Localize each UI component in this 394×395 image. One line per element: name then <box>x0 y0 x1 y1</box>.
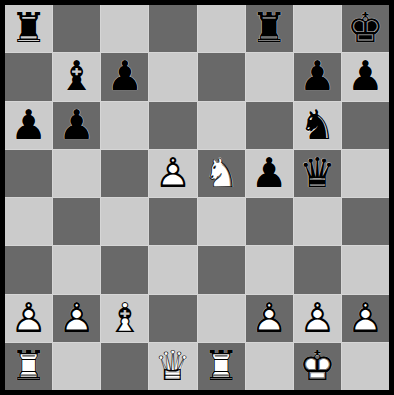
square-d3[interactable] <box>149 246 196 293</box>
square-c6[interactable] <box>101 102 148 149</box>
chess-board: ♖♜♖♜♔♚♗♝♙♟♙♟♙♟♙♟♙♟♘♞♟♙♞♘♙♟♕♛♟♙♟♙♝♗♟♙♟♙♟♙… <box>5 5 389 390</box>
square-f7[interactable] <box>246 53 293 100</box>
square-c8[interactable] <box>101 5 148 52</box>
square-e6[interactable] <box>198 102 245 149</box>
square-d1[interactable]: ♛♕ <box>149 343 196 390</box>
square-c1[interactable] <box>101 343 148 390</box>
square-c3[interactable] <box>101 246 148 293</box>
square-a8[interactable]: ♖♜ <box>5 5 52 52</box>
square-b7[interactable]: ♗♝ <box>53 53 100 100</box>
square-d4[interactable] <box>149 198 196 245</box>
square-h4[interactable] <box>342 198 389 245</box>
black-rook-piece: ♖♜ <box>246 5 293 52</box>
white-pawn-piece: ♟♙ <box>149 150 196 197</box>
square-a6[interactable]: ♙♟ <box>5 102 52 149</box>
square-e1[interactable]: ♜♖ <box>198 343 245 390</box>
square-g4[interactable] <box>294 198 341 245</box>
white-rook-piece: ♜♖ <box>5 343 52 390</box>
square-g6[interactable]: ♘♞ <box>294 102 341 149</box>
square-a2[interactable]: ♟♙ <box>5 295 52 342</box>
square-d6[interactable] <box>149 102 196 149</box>
square-a7[interactable] <box>5 53 52 100</box>
square-e5[interactable]: ♞♘ <box>198 150 245 197</box>
square-f2[interactable]: ♟♙ <box>246 295 293 342</box>
white-pawn-piece: ♟♙ <box>246 295 293 342</box>
square-b2[interactable]: ♟♙ <box>53 295 100 342</box>
square-d2[interactable] <box>149 295 196 342</box>
white-pawn-piece: ♟♙ <box>5 295 52 342</box>
square-h7[interactable]: ♙♟ <box>342 53 389 100</box>
black-bishop-piece: ♗♝ <box>53 53 100 100</box>
square-a5[interactable] <box>5 150 52 197</box>
square-e2[interactable] <box>198 295 245 342</box>
square-d8[interactable] <box>149 5 196 52</box>
square-f3[interactable] <box>246 246 293 293</box>
square-d7[interactable] <box>149 53 196 100</box>
square-e4[interactable] <box>198 198 245 245</box>
black-pawn-piece: ♙♟ <box>294 53 341 100</box>
square-h5[interactable] <box>342 150 389 197</box>
square-b1[interactable] <box>53 343 100 390</box>
black-king-piece: ♔♚ <box>342 5 389 52</box>
square-c5[interactable] <box>101 150 148 197</box>
square-e8[interactable] <box>198 5 245 52</box>
black-rook-piece: ♖♜ <box>5 5 52 52</box>
square-b4[interactable] <box>53 198 100 245</box>
square-c4[interactable] <box>101 198 148 245</box>
black-queen-piece: ♕♛ <box>294 150 341 197</box>
square-h1[interactable] <box>342 343 389 390</box>
square-h8[interactable]: ♔♚ <box>342 5 389 52</box>
black-pawn-piece: ♙♟ <box>246 150 293 197</box>
square-g7[interactable]: ♙♟ <box>294 53 341 100</box>
square-a3[interactable] <box>5 246 52 293</box>
square-d5[interactable]: ♟♙ <box>149 150 196 197</box>
square-b8[interactable] <box>53 5 100 52</box>
square-g5[interactable]: ♕♛ <box>294 150 341 197</box>
white-pawn-piece: ♟♙ <box>342 295 389 342</box>
square-b5[interactable] <box>53 150 100 197</box>
square-c2[interactable]: ♝♗ <box>101 295 148 342</box>
black-pawn-piece: ♙♟ <box>53 102 100 149</box>
board-frame: ♖♜♖♜♔♚♗♝♙♟♙♟♙♟♙♟♙♟♘♞♟♙♞♘♙♟♕♛♟♙♟♙♝♗♟♙♟♙♟♙… <box>0 0 394 395</box>
square-g8[interactable] <box>294 5 341 52</box>
square-g1[interactable]: ♚♔ <box>294 343 341 390</box>
square-b3[interactable] <box>53 246 100 293</box>
black-pawn-piece: ♙♟ <box>342 53 389 100</box>
square-e3[interactable] <box>198 246 245 293</box>
square-e7[interactable] <box>198 53 245 100</box>
white-king-piece: ♚♔ <box>294 343 341 390</box>
square-h6[interactable] <box>342 102 389 149</box>
white-pawn-piece: ♟♙ <box>294 295 341 342</box>
square-b6[interactable]: ♙♟ <box>53 102 100 149</box>
square-h2[interactable]: ♟♙ <box>342 295 389 342</box>
white-pawn-piece: ♟♙ <box>53 295 100 342</box>
white-knight-piece: ♞♘ <box>198 150 245 197</box>
white-queen-piece: ♛♕ <box>149 343 196 390</box>
black-knight-piece: ♘♞ <box>294 102 341 149</box>
black-pawn-piece: ♙♟ <box>101 53 148 100</box>
square-f4[interactable] <box>246 198 293 245</box>
square-c7[interactable]: ♙♟ <box>101 53 148 100</box>
square-h3[interactable] <box>342 246 389 293</box>
black-pawn-piece: ♙♟ <box>5 102 52 149</box>
square-f1[interactable] <box>246 343 293 390</box>
square-g2[interactable]: ♟♙ <box>294 295 341 342</box>
square-f8[interactable]: ♖♜ <box>246 5 293 52</box>
white-bishop-piece: ♝♗ <box>101 295 148 342</box>
square-f6[interactable] <box>246 102 293 149</box>
square-a4[interactable] <box>5 198 52 245</box>
square-g3[interactable] <box>294 246 341 293</box>
white-rook-piece: ♜♖ <box>198 343 245 390</box>
square-f5[interactable]: ♙♟ <box>246 150 293 197</box>
square-a1[interactable]: ♜♖ <box>5 343 52 390</box>
